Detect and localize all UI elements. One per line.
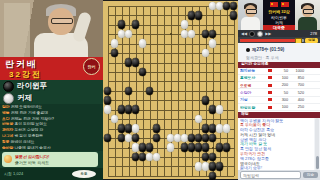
sidebar-bottom-bar: 시청 1,024 오로 (0, 168, 103, 180)
gift-icon (4, 155, 12, 163)
stone-black (104, 87, 111, 96)
grid-line-h (108, 100, 234, 101)
flag-icon (268, 84, 272, 87)
viewer-count: 시청 1,024 (4, 171, 23, 176)
settings-button[interactable]: 설정 (305, 38, 318, 43)
player-black-row: 라이윈푸 (3, 80, 47, 92)
chat-username: 솔바람 (2, 146, 14, 150)
stone-black (146, 143, 153, 152)
event-seal-icon: 란커 (83, 58, 100, 75)
chat-message: 커제 오랜만이네요 (11, 105, 42, 109)
table-row[interactable]: 오로별200700 (238, 82, 320, 89)
stone-black (111, 49, 118, 58)
sidebar-chat-log[interactable]: 달마 커제 오랜만이네요백돌 커제 최근 기세 좋은데초단 커제는 최근 거의 … (0, 104, 103, 151)
flag-row (263, 2, 295, 7)
chat-input[interactable] (240, 171, 301, 179)
stone-black (118, 20, 125, 29)
stone-black (195, 11, 202, 20)
flag-icon (268, 76, 272, 79)
stone-black (132, 58, 139, 67)
broadcast-screen: 란커배 32강전 란커 라이윈푸 커제 달마 커제 오랜만이네요백돌 커제 최근… (0, 0, 320, 180)
evaluation-label: 형세판단 · 흑 우세 (246, 55, 279, 60)
player-cams: 란커배 32강 라이윈푸 커제 대국중 (238, 0, 320, 30)
stone-black (216, 162, 223, 171)
notice-line1: 별풍선 감사합니다! (15, 154, 49, 159)
event-round: 32강전 (9, 69, 42, 80)
stone-black (209, 153, 216, 162)
bet-value: 200 (274, 83, 288, 87)
chat-input-bar: 전송 (238, 170, 320, 180)
star-point (170, 90, 172, 92)
chat-scrollbar-thumb[interactable] (316, 156, 319, 169)
match-info-column: 란커배 32강 라이윈푸 커제 대국중 (263, 0, 295, 30)
player1-glasses (246, 9, 257, 14)
right-panel: 란커배 32강 라이윈푸 커제 대국중 ◀◀ ▶▶ 278 (238, 0, 320, 180)
stone-black (104, 96, 111, 105)
chat-message: 백 집이 부족한듯 (14, 134, 43, 138)
stone-black (230, 11, 237, 20)
player1-body (241, 17, 260, 30)
bet-value: 300 (274, 98, 288, 102)
stone-white (167, 143, 174, 152)
stone-white (181, 20, 188, 29)
background-panel (4, 3, 30, 57)
chat-scrollbar[interactable] (315, 118, 319, 171)
flag-icon (268, 91, 272, 94)
points-value: 520 (290, 91, 304, 95)
flag-icon (268, 98, 272, 101)
player-white-row: 커제 (3, 92, 32, 104)
broadcaster-logo: 오로 (72, 170, 96, 178)
black-stone-icon (3, 81, 14, 92)
player-black-name: 라이윈푸 (17, 81, 47, 91)
stone-black (132, 105, 139, 114)
event-banner: 란커배 32강전 란커 (0, 57, 103, 80)
stone-white (202, 49, 209, 58)
stone-white (111, 115, 118, 124)
predictor-name: 오로별 (240, 83, 266, 88)
predictor-name: 기성 (240, 97, 266, 102)
stone-white (188, 30, 195, 39)
chat-username: 백돌 (2, 111, 11, 115)
forward-icon[interactable]: ▶▶ (265, 31, 271, 36)
player1-webcam (238, 0, 263, 30)
stone-white (125, 30, 132, 39)
chat-message: 우하귀 수상전 각 (14, 128, 43, 132)
stone-black (153, 124, 160, 133)
stone-black (202, 143, 209, 152)
player2-webcam (295, 0, 320, 30)
move-counter: 278 (310, 31, 317, 36)
bet-value: 50 (274, 69, 288, 73)
chat-username: 바둑왕 (2, 122, 14, 126)
star-point (128, 147, 130, 149)
go-board[interactable] (103, 0, 238, 180)
stone-black (132, 20, 139, 29)
table-row[interactable]: 천지바둑501000 (238, 68, 320, 75)
player2-glasses (303, 9, 314, 14)
grid-line-v (234, 6, 235, 176)
left-sidebar: 란커배 32강전 란커 라이윈푸 커제 달마 커제 오랜만이네요백돌 커제 최근… (0, 0, 103, 180)
chat-message: 좌변이 크네요 (11, 140, 35, 144)
table-row[interactable]: 흑백도사100850 (238, 75, 320, 82)
china-flag-icon (270, 2, 278, 7)
stone-white (216, 105, 223, 114)
chat-message: 흑이 두터워 보여요 (14, 122, 47, 126)
donation-notice: 별풍선 감사합니다! 즐거운 바둑 되세요 (2, 152, 98, 167)
chat-message: 나중에 끝내기 승부사 (14, 146, 50, 150)
star-point (170, 33, 172, 35)
stone-black (209, 30, 216, 39)
white-stone-icon (3, 93, 14, 104)
flag-icon (268, 69, 272, 72)
chat-username: 달마 (2, 105, 11, 109)
commentator-glasses (51, 18, 73, 24)
stone-black (139, 68, 146, 77)
stone-white (195, 115, 202, 124)
replay-toolbar: ◀◀ ▶▶ 278 (238, 30, 320, 37)
player2-body (298, 17, 317, 30)
black-turn-icon[interactable] (249, 31, 255, 37)
player-white-name: 커제 (17, 93, 32, 103)
points-value: 850 (290, 76, 304, 80)
chat-username: 청풍 (2, 140, 11, 144)
chat-line: 솔바람 나중에 끝내기 승부사 (2, 146, 103, 151)
progress-fill (240, 39, 298, 42)
predictor-name: 천지바둑 (240, 68, 266, 73)
prediction-table: 천지바둑501000흑백도사100850오로별200700수담가50520기성3… (238, 68, 320, 113)
grid-line-v (178, 6, 179, 176)
china-flag-icon (281, 2, 289, 7)
stone-black (209, 172, 216, 180)
points-value: 250 (290, 105, 304, 109)
stone-black (146, 87, 153, 96)
chat-username: 초단 (2, 117, 11, 121)
table-row[interactable]: 수담가50520 (238, 89, 320, 96)
bet-value: 100 (274, 76, 288, 80)
stone-black (202, 96, 209, 105)
stone-black (132, 134, 139, 143)
predictor-name: 흑백도사 (240, 75, 266, 80)
table-row[interactable]: 기성300400 (238, 97, 320, 104)
notice-line2: 즐거운 바둑 되세요 (15, 160, 49, 165)
stone-black (230, 2, 237, 11)
white-turn-icon[interactable] (257, 31, 263, 37)
stone-white (104, 105, 111, 114)
chat-username: 관전자 (2, 128, 14, 132)
send-button[interactable]: 전송 (303, 172, 318, 179)
stone-black (223, 143, 230, 152)
predictor-name: 수담가 (240, 90, 266, 95)
predictor-name: 반상유람 (240, 105, 266, 110)
chat-message: 커제는 최근 거의 지잖아? (11, 117, 54, 121)
progress-track[interactable] (240, 39, 304, 42)
stone-black (125, 87, 132, 96)
table-row[interactable]: 반상유람100250 (238, 104, 320, 111)
star-point (212, 90, 214, 92)
grid-line-h (108, 119, 234, 120)
stone-white (209, 39, 216, 48)
player-list: 라이윈푸 커제 (0, 80, 103, 104)
spectator-chat-log[interactable]: 백이 우변을 지켜야 할듯흑 두터움이 좋다좌하 수상전은 흑승커제 시간 얼마… (238, 118, 314, 171)
move-info-box: 제278수 (01:59) 형세판단 · 흑 우세 (238, 43, 320, 63)
rewind-icon[interactable]: ◀◀ (241, 31, 247, 36)
bet-value: 100 (274, 105, 288, 109)
points-value: 700 (290, 83, 304, 87)
bet-value: 50 (274, 91, 288, 95)
chat-message: 커제 최근 기세 좋은데 (11, 111, 48, 115)
stone-black (104, 134, 111, 143)
chat-username: 나그네 (2, 134, 14, 138)
stone-white (223, 124, 230, 133)
points-value: 1000 (290, 69, 304, 73)
stone-black (209, 134, 216, 143)
flag-icon (268, 106, 272, 109)
commentator-webcam (0, 0, 103, 57)
stone-white (132, 124, 139, 133)
stone-white (111, 39, 118, 48)
current-move-label: 제278수 (01:59) (246, 47, 284, 52)
points-value: 400 (290, 98, 304, 102)
stone-white (153, 153, 160, 162)
stone-black (153, 134, 160, 143)
stone-white (139, 39, 146, 48)
star-point (212, 147, 214, 149)
match-title: 란커배 32강 (263, 9, 295, 14)
